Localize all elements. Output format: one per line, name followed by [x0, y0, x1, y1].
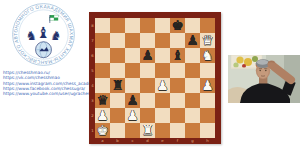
square-h2: [200, 108, 215, 123]
black-rook: ♜: [110, 78, 125, 93]
square-a5: [95, 63, 110, 78]
square-f4: [170, 78, 185, 93]
black-king: ♚: [170, 18, 185, 33]
square-e6: [155, 48, 170, 63]
square-b6: [110, 48, 125, 63]
chess-academy-emblem-icon: АКАДЕМИЯ ШАХМАТ ХАНТЫ-МАНСИЙСКОГО АВТОНО…: [12, 3, 75, 66]
square-b4: ♜: [110, 78, 125, 93]
square-b1: [110, 123, 125, 138]
black-pawn: ♟: [125, 93, 140, 108]
white-pawn: ♟: [125, 108, 140, 123]
square-b2: [110, 108, 125, 123]
square-g4: [185, 78, 200, 93]
square-e4: ♟: [155, 78, 170, 93]
square-d1: ♜: [140, 123, 155, 138]
svg-text:♝: ♝: [36, 23, 50, 42]
square-a7: [95, 33, 110, 48]
square-h8: [200, 18, 215, 33]
square-d4: [140, 78, 155, 93]
black-pawn: ♟: [140, 48, 155, 63]
square-f6: ♝: [170, 48, 185, 63]
white-knight: ♞: [200, 48, 215, 63]
square-c8: [125, 18, 140, 33]
square-h4: ♟: [200, 78, 215, 93]
square-a3: ♛: [95, 93, 110, 108]
rank-label-2: 2: [91, 108, 95, 123]
square-g7: ♟: [185, 33, 200, 48]
square-b7: [110, 33, 125, 48]
white-pawn: ♟: [95, 108, 110, 123]
square-e2: [155, 108, 170, 123]
board-grid: 87654321 abcdefgh ♚♟♛♟♝♞♜♟♟♛♟♟♟♚♜: [95, 18, 215, 138]
square-e7: [155, 33, 170, 48]
square-f5: [170, 63, 185, 78]
square-g8: [185, 18, 200, 33]
rank-label-1: 1: [91, 123, 95, 138]
file-label-b: b: [110, 138, 125, 143]
square-e8: [155, 18, 170, 33]
file-label-g: g: [185, 138, 200, 143]
black-queen: ♛: [95, 93, 110, 108]
square-d2: [140, 108, 155, 123]
square-a4: [95, 78, 110, 93]
square-h5: [200, 63, 215, 78]
svg-text:♞: ♞: [26, 28, 37, 43]
square-c4: [125, 78, 140, 93]
rank-label-8: 8: [91, 18, 95, 33]
square-e3: [155, 93, 170, 108]
square-f8: ♚: [170, 18, 185, 33]
square-c3: ♟: [125, 93, 140, 108]
video-frame: АКАДЕМИЯ ШАХМАТ ХАНТЫ-МАНСИЙСКОГО АВТОНО…: [0, 0, 300, 168]
square-d3: [140, 93, 155, 108]
square-b5: [110, 63, 125, 78]
file-label-h: h: [200, 138, 215, 143]
square-d8: [140, 18, 155, 33]
square-c7: [125, 33, 140, 48]
square-h3: [200, 93, 215, 108]
square-f3: [170, 93, 185, 108]
file-label-f: f: [170, 138, 185, 143]
rank-label-5: 5: [91, 63, 95, 78]
file-label-e: e: [155, 138, 170, 143]
rank-label-4: 4: [91, 78, 95, 93]
square-c1: [125, 123, 140, 138]
square-c6: [125, 48, 140, 63]
square-a6: [95, 48, 110, 63]
file-labels: abcdefgh: [95, 138, 215, 143]
square-d7: [140, 33, 155, 48]
square-f2: [170, 108, 185, 123]
white-pawn: ♟: [155, 78, 170, 93]
square-h7: ♛: [200, 33, 215, 48]
square-a2: ♟: [95, 108, 110, 123]
square-b3: [110, 93, 125, 108]
square-g5: [185, 63, 200, 78]
square-h6: ♞: [200, 48, 215, 63]
square-d6: ♟: [140, 48, 155, 63]
white-pawn: ♟: [200, 78, 215, 93]
square-g6: [185, 48, 200, 63]
white-queen: ♛: [200, 33, 215, 48]
square-g3: [185, 93, 200, 108]
rank-label-3: 3: [91, 93, 95, 108]
white-rook: ♜: [140, 123, 155, 138]
square-c2: ♟: [125, 108, 140, 123]
square-h1: [200, 123, 215, 138]
square-e1: [155, 123, 170, 138]
square-a1: ♚: [95, 123, 110, 138]
square-d5: [140, 63, 155, 78]
square-g1: [185, 123, 200, 138]
rank-label-7: 7: [91, 33, 95, 48]
rank-label-6: 6: [91, 48, 95, 63]
square-f7: [170, 33, 185, 48]
square-c5: [125, 63, 140, 78]
square-e5: [155, 63, 170, 78]
black-bishop: ♝: [170, 48, 185, 63]
white-king: ♚: [95, 123, 110, 138]
chess-academy-logo: АКАДЕМИЯ ШАХМАТ ХАНТЫ-МАНСИЙСКОГО АВТОНО…: [12, 3, 75, 66]
chess-board: 87654321 abcdefgh ♚♟♛♟♝♞♜♟♟♛♟♟♟♚♜: [89, 12, 221, 144]
presenter-photo: [228, 55, 300, 103]
globe-icon: [36, 42, 52, 58]
square-g2: [185, 108, 200, 123]
square-b8: [110, 18, 125, 33]
rank-labels: 87654321: [91, 18, 95, 138]
file-label-a: a: [95, 138, 110, 143]
square-f1: [170, 123, 185, 138]
square-a8: [95, 18, 110, 33]
svg-text:♞: ♞: [50, 28, 61, 43]
black-pawn: ♟: [185, 33, 200, 48]
file-label-c: c: [125, 138, 140, 143]
presenter-webcam: [228, 55, 300, 103]
file-label-d: d: [140, 138, 155, 143]
